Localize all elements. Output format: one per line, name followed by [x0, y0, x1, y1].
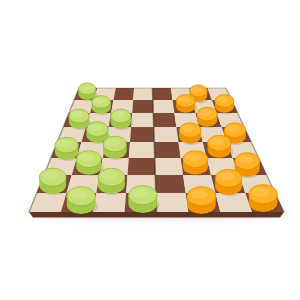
checker-piece-green-c2: [98, 168, 127, 195]
checker-piece-green-b7: [92, 96, 113, 116]
checker-piece-green-c6: [111, 109, 133, 130]
board-square-d8: [133, 88, 153, 100]
checker-piece-green-b1: [67, 187, 98, 216]
checker-piece-orange-h1: [249, 185, 280, 214]
board-square-e6: [153, 113, 176, 127]
board-square-e2: [155, 175, 185, 193]
checker-piece-green-d1: [128, 186, 159, 215]
checkers-board-photo: [0, 0, 300, 300]
checker-piece-green-a2: [39, 168, 68, 195]
checker-piece-orange-f3: [183, 151, 210, 176]
checker-piece-orange-f7: [176, 95, 197, 115]
photo-background: [0, 0, 300, 300]
board-square-c8: [114, 88, 135, 100]
board-square-a1: [29, 193, 67, 212]
checker-piece-green-b3: [76, 151, 103, 176]
checker-piece-orange-f1: [187, 187, 218, 216]
board-square-d7: [132, 100, 153, 113]
board-square-e3: [155, 158, 183, 175]
mat-front-edge-trim: [29, 212, 284, 218]
board-square-d3: [128, 158, 156, 175]
checker-piece-green-c4: [103, 136, 129, 160]
board-square-e7: [153, 100, 175, 113]
board-square-d5: [130, 127, 154, 142]
board-square-d6: [131, 113, 154, 127]
board-square-d4: [129, 142, 155, 158]
checker-piece-orange-g2: [215, 169, 244, 196]
board-square-e4: [154, 142, 181, 158]
checker-piece-orange-h7: [215, 95, 236, 115]
checker-piece-orange-f5: [179, 123, 203, 145]
checker-piece-orange-g4: [208, 135, 234, 159]
board-square-c1: [93, 193, 126, 212]
board-square-e5: [154, 127, 179, 142]
board-square-e1: [156, 193, 189, 212]
board-square-e8: [153, 88, 173, 100]
checker-piece-orange-g6: [197, 107, 219, 128]
